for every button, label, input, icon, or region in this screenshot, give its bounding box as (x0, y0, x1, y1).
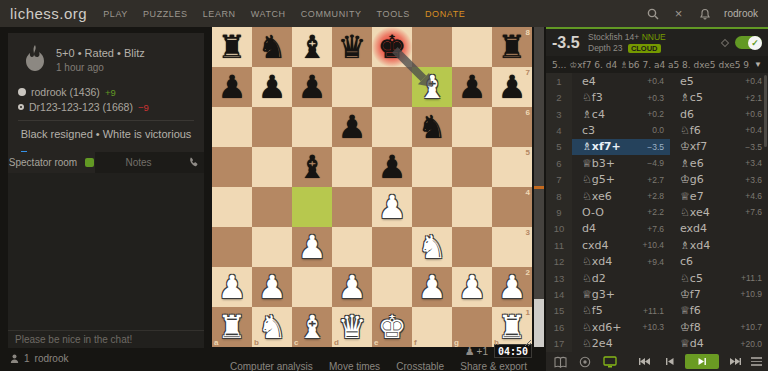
move-13-black[interactable]: ♘c5+11.1 (670, 270, 768, 286)
white-player-row[interactable]: rodrook (1436) +9 (18, 86, 194, 98)
black-queen-d8[interactable]: ♛ (332, 27, 372, 67)
rank-label-2: 2 (526, 268, 530, 277)
move-eval: +10.9 (740, 289, 762, 299)
move-san: exd4 (680, 222, 707, 235)
move-san: ♕g3+ (582, 288, 615, 301)
nav-item-tools[interactable]: TOOLS (377, 9, 410, 19)
move-san: ♕f6 (680, 304, 701, 317)
move-1-black[interactable]: e5+0.4 (670, 73, 768, 89)
square-h7[interactable]: ♟7 (492, 67, 532, 107)
move-number: 5 (546, 139, 572, 155)
square-a6[interactable] (212, 107, 252, 147)
square-e5[interactable]: ♟ (372, 147, 412, 187)
move-san: ♗xd4 (680, 239, 710, 252)
square-a2[interactable]: ♟ (212, 267, 252, 307)
move-eval: +2.8 (647, 191, 664, 201)
square-g6[interactable] (452, 107, 492, 147)
move-row-8: 8♘xe6+2.8♕e7+4.6 (546, 188, 768, 204)
move-san: ♗xf7+ (582, 140, 621, 153)
move-16-white[interactable]: ♘xd6++10.3 (572, 319, 670, 335)
square-b3[interactable] (252, 227, 292, 267)
square-b7[interactable]: ♟ (252, 67, 292, 107)
move-5-white[interactable]: ♗xf7+−3.5 (572, 139, 670, 155)
lichess-logo[interactable]: lichess.org (10, 5, 87, 22)
square-d7[interactable] (332, 67, 372, 107)
square-b6[interactable] (252, 107, 292, 147)
move-row-10: 10d4+7.6exd4 (546, 221, 768, 237)
move-12-black[interactable]: c6 (670, 253, 768, 269)
move-eval: +4.6 (745, 191, 762, 201)
square-c3[interactable]: ♟ (292, 227, 332, 267)
rank-label-4: 4 (526, 188, 530, 197)
rank-label-6: 6 (526, 108, 530, 117)
move-eval: −3.5 (647, 142, 664, 152)
move-san: ♕b3+ (582, 157, 615, 170)
opening-book-icon[interactable] (552, 354, 568, 369)
square-g4[interactable] (452, 187, 492, 227)
database-disc-icon[interactable] (577, 354, 593, 369)
move-17-black[interactable]: ♕d4+20.0 (670, 336, 768, 352)
move-san: ♕e7 (680, 190, 704, 203)
white-pawn-f2[interactable]: ♟ (412, 267, 452, 307)
spectator-presence: 1 rodrook (10, 353, 68, 364)
chess-board: ♜♞♝♛♚♜8♟♟♟♝♟♟7♟♞6♝♟5♟4♟♞3♟♟♟♟♟♟2♜a♞b♝c♛d… (212, 27, 532, 347)
square-d1[interactable]: ♛d (332, 307, 372, 347)
last-move-button[interactable] (727, 354, 743, 369)
move-2-white[interactable]: ♘f3+0.3 (572, 89, 670, 105)
square-d8[interactable]: ♛ (332, 27, 372, 67)
move-number: 15 (546, 303, 572, 319)
principal-variation[interactable]: 5... ♔xf7 6. d4 ♗b6 7. a4 a5 8. dxe5 dxe… (546, 56, 768, 73)
move-row-11: 11cxd4+10.4♗xd4 (546, 237, 768, 253)
move-14-black[interactable]: ♔f7+10.9 (670, 286, 768, 302)
move-row-15: 15♘f5+11.1♕f6 (546, 303, 768, 319)
black-pawn-c7[interactable]: ♟ (292, 67, 332, 107)
square-g2[interactable]: ♟ (452, 267, 492, 307)
move-eval: +0.4 (745, 76, 762, 86)
square-g3[interactable] (452, 227, 492, 267)
move-number: 11 (546, 237, 572, 253)
move-number: 8 (546, 188, 572, 204)
move-san: ♔xf7 (680, 140, 707, 153)
chevron-down-icon[interactable]: ▼ (754, 60, 762, 69)
first-move-button[interactable] (637, 354, 653, 369)
main-nav: PLAYPUZZLESLEARNWATCHCOMMUNITYTOOLSDONAT… (103, 9, 465, 19)
move-6-black[interactable]: ♗e6+3.4 (670, 155, 768, 171)
nav-item-learn[interactable]: LEARN (203, 9, 236, 19)
black-king-e8[interactable]: ♚ (372, 27, 412, 67)
move-san: ♘g5+ (582, 173, 615, 186)
move-row-9: 9O-O+2.2♘xe4+7.6 (546, 204, 768, 220)
move-4-white[interactable]: c30.0 (572, 122, 670, 138)
menu-icon[interactable] (751, 357, 762, 366)
black-bishop-c5[interactable]: ♝ (292, 147, 332, 187)
white-bishop-f7[interactable]: ♝ (412, 67, 452, 107)
square-e6[interactable] (372, 107, 412, 147)
move-number: 6 (546, 155, 572, 171)
move-9-white[interactable]: O-O+2.2 (572, 204, 670, 220)
analysis-bottom-tabs: Computer analysisMove timesCrosstableSha… (212, 361, 545, 371)
move-number: 3 (546, 106, 572, 122)
white-pawn-a2[interactable]: ♟ (212, 267, 252, 307)
game-result: Black resigned • White is victorious (18, 128, 194, 140)
move-eval: +2.7 (647, 175, 664, 185)
pv-moves: 5... ♔xf7 6. d4 ♗b6 7. a4 a5 8. dxe5 dxe… (552, 60, 750, 70)
analysis-panel: -3.5 Stockfish 14+ NNUE Depth 23 CLOUD ✓… (546, 27, 768, 352)
move-eval: +3.4 (745, 158, 762, 168)
black-pawn-e5[interactable]: ♟ (372, 147, 412, 187)
bottom-tab-move-times[interactable]: Move times (329, 361, 380, 371)
black-pawn-g7[interactable]: ♟ (452, 67, 492, 107)
nav-item-watch[interactable]: WATCH (251, 9, 286, 19)
blitz-flame-icon (24, 44, 46, 76)
square-g7[interactable]: ♟ (452, 67, 492, 107)
material-advantage: ♟ +1 (465, 345, 488, 358)
file-label-d: d (334, 338, 339, 347)
move-eval: +0.4 (745, 125, 762, 135)
square-h5[interactable]: 5 (492, 147, 532, 187)
square-a7[interactable]: ♟ (212, 67, 252, 107)
black-bishop-c8[interactable]: ♝ (292, 27, 332, 67)
rank-label-8: 8 (526, 28, 530, 37)
square-f1[interactable]: f (412, 307, 452, 347)
move-number: 13 (546, 270, 572, 286)
bottom-tab-crosstable[interactable]: Crosstable (396, 361, 444, 371)
move-eval: +0.4 (647, 76, 664, 86)
eval-score: -3.5 (552, 34, 588, 52)
move-san: d4 (582, 222, 596, 235)
file-label-b: b (254, 338, 259, 347)
square-h8[interactable]: ♜8 (492, 27, 532, 67)
move-row-17: 17♘2e4♕d4+20.0 (546, 336, 768, 352)
spectator-tab-label: Spectator room (9, 157, 77, 168)
move-number: 9 (546, 204, 572, 220)
move-5-black[interactable]: ♔xf7−3.5 (670, 139, 768, 155)
square-d6[interactable]: ♟ (332, 107, 372, 147)
move-san: ♕d4 (680, 337, 704, 350)
move-eval: 0.0 (652, 125, 664, 135)
black-player-name: Dr123-123-123 (1668) (29, 101, 133, 113)
move-eval: +0.3 (647, 93, 664, 103)
file-label-c: c (294, 338, 298, 347)
move-row-16: 16♘xd6++10.3♔f8+10.7 (546, 319, 768, 335)
analysis-controls (546, 352, 768, 371)
move-number: 1 (546, 73, 572, 89)
eval-gauge-zero-tick (534, 186, 544, 189)
game-ago: 1 hour ago (56, 62, 145, 73)
tab-spectator-room[interactable]: Spectator room (8, 152, 95, 173)
move-san: ♘2e4 (582, 337, 613, 350)
nav-item-community[interactable]: COMMUNITY (301, 9, 362, 19)
file-label-f: f (414, 338, 417, 347)
white-pawn-d2[interactable]: ♟ (332, 267, 372, 307)
square-h6[interactable]: 6 (492, 107, 532, 147)
move-9-black[interactable]: ♘xe4+7.6 (670, 204, 768, 220)
move-11-black[interactable]: ♗xd4 (670, 237, 768, 253)
rank-label-7: 7 (526, 68, 530, 77)
move-san: ♔f8 (680, 321, 701, 334)
move-16-black[interactable]: ♔f8+10.7 (670, 319, 768, 335)
move-4-black[interactable]: ♘f6+0.4 (670, 122, 768, 138)
square-e3[interactable] (372, 227, 412, 267)
square-b1[interactable]: ♞b (252, 307, 292, 347)
white-player-name: rodrook (1436) (31, 86, 100, 98)
move-7-black[interactable]: ♔g6+3.6 (670, 171, 768, 187)
move-san: ♘d2 (582, 272, 606, 285)
square-f5[interactable] (412, 147, 452, 187)
square-f3[interactable]: ♞ (412, 227, 452, 267)
move-san: ♘f3 (582, 91, 603, 104)
move-8-black[interactable]: ♕e7+4.6 (670, 188, 768, 204)
square-b5[interactable] (252, 147, 292, 187)
black-pawn-a7[interactable]: ♟ (212, 67, 252, 107)
square-d2[interactable]: ♟ (332, 267, 372, 307)
move-eval: +2.2 (647, 207, 664, 217)
bell-icon[interactable] (698, 7, 711, 20)
move-row-7: 7♘g5++2.7♔g6+3.6 (546, 171, 768, 187)
engine-info: Stockfish 14+ NNUE Depth 23 CLOUD (588, 32, 666, 53)
white-color-icon (18, 88, 26, 96)
tab-notes[interactable]: Notes (95, 152, 182, 173)
black-color-icon (18, 104, 24, 110)
material-value: +1 (477, 346, 488, 357)
square-f8[interactable] (412, 27, 452, 67)
move-12-white[interactable]: ♘xd4+9.4 (572, 253, 670, 269)
move-san: ♘f6 (680, 124, 701, 137)
square-h4[interactable]: 4 (492, 187, 532, 227)
move-row-1: 1e4+0.4e5+0.4 (546, 73, 768, 89)
move-san: cxd4 (582, 239, 609, 252)
square-h1[interactable]: ♜1h (492, 307, 532, 347)
square-d5[interactable] (332, 147, 372, 187)
square-f7[interactable]: ♝ (412, 67, 452, 107)
square-c4[interactable] (292, 187, 332, 227)
square-f2[interactable]: ♟ (412, 267, 452, 307)
square-c2[interactable] (292, 267, 332, 307)
engine-name: Stockfish 14+ (588, 32, 639, 42)
pawn-icon: ♟ (465, 345, 475, 358)
move-san: ♘c5 (680, 272, 703, 285)
username[interactable]: rodrook (724, 8, 758, 19)
move-number: 4 (546, 122, 572, 138)
move-row-5: 5♗xf7+−3.5♔xf7−3.5 (546, 139, 768, 155)
engine-header: -3.5 Stockfish 14+ NNUE Depth 23 CLOUD ✓ (546, 29, 768, 56)
white-pawn-e4[interactable]: ♟ (372, 187, 412, 227)
move-san: ♗e6 (680, 157, 704, 170)
move-row-13: 13♘d2♘c5+11.1 (546, 270, 768, 286)
square-b2[interactable]: ♟ (252, 267, 292, 307)
rank-label-1: 1 (526, 308, 530, 317)
move-number: 10 (546, 221, 572, 237)
square-h3[interactable]: 3 (492, 227, 532, 267)
engine-depth: Depth 23 (588, 43, 623, 53)
move-san: ♗c5 (680, 91, 703, 104)
chat-toggle-indicator[interactable] (85, 158, 94, 167)
move-number: 17 (546, 336, 572, 352)
move-15-white[interactable]: ♘f5+11.1 (572, 303, 670, 319)
rank-label-3: 3 (526, 228, 530, 237)
move-8-white[interactable]: ♘xe6+2.8 (572, 188, 670, 204)
nav-item-donate[interactable]: DONATE (425, 9, 465, 19)
square-c8[interactable]: ♝ (292, 27, 332, 67)
move-eval: −4.9 (647, 158, 664, 168)
rank-label-5: 5 (526, 148, 530, 157)
square-g1[interactable]: g (452, 307, 492, 347)
nnue-label: NNUE (642, 32, 666, 42)
file-label-h: h (494, 338, 499, 347)
nav-item-puzzles[interactable]: PUZZLES (143, 9, 188, 19)
move-san: e5 (680, 75, 694, 88)
move-number: 12 (546, 253, 572, 269)
top-navbar: lichess.org PLAYPUZZLESLEARNWATCHCOMMUNI… (0, 0, 768, 27)
white-pawn-c3[interactable]: ♟ (292, 227, 332, 267)
move-list: 1e4+0.4e5+0.42♘f3+0.3♗c5+2.13♗c4+0.2d6+0… (546, 73, 768, 352)
engine-settings-icon[interactable] (721, 38, 729, 46)
square-f6[interactable]: ♞ (412, 107, 452, 147)
next-move-button[interactable] (685, 354, 719, 369)
move-6-white[interactable]: ♕b3+−4.9 (572, 155, 670, 171)
lichess-analysis-page: lichess.org PLAYPUZZLESLEARNWATCHCOMMUNI… (0, 0, 768, 371)
notes-tab-label: Notes (125, 157, 151, 168)
move-san: O-O (582, 206, 604, 219)
presence-name[interactable]: rodrook (35, 353, 69, 364)
bottom-tab-computer-analysis[interactable]: Computer analysis (230, 361, 313, 371)
previous-move-button[interactable] (661, 354, 677, 369)
move-13-white[interactable]: ♘d2 (572, 270, 670, 286)
move-15-black[interactable]: ♕f6 (670, 303, 768, 319)
white-pawn-g2[interactable]: ♟ (452, 267, 492, 307)
eval-gauge-white (534, 299, 544, 347)
move-eval: +2.1 (745, 93, 762, 103)
bottom-tab-share-export[interactable]: Share & export (460, 361, 527, 371)
black-pawn-d6[interactable]: ♟ (332, 107, 372, 147)
square-a5[interactable] (212, 147, 252, 187)
square-e8[interactable]: ♚ (372, 27, 412, 67)
square-a1[interactable]: ♜a (212, 307, 252, 347)
square-d3[interactable] (332, 227, 372, 267)
move-eval: −3.5 (745, 142, 762, 152)
move-eval: +0.6 (745, 109, 762, 119)
square-a4[interactable] (212, 187, 252, 227)
move-10-black[interactable]: exd4 (670, 221, 768, 237)
square-e7[interactable] (372, 67, 412, 107)
move-list-scrollbar[interactable] (764, 75, 767, 147)
move-number: 14 (546, 286, 572, 302)
square-g5[interactable] (452, 147, 492, 187)
chat-tabs: Spectator room Notes (8, 152, 204, 173)
square-c6[interactable] (292, 107, 332, 147)
square-f4[interactable] (412, 187, 452, 227)
move-san: ♘f5 (582, 304, 603, 317)
move-eval: +3.6 (745, 175, 762, 185)
move-san: ♘xd6+ (582, 321, 622, 334)
divider (18, 120, 194, 121)
move-2-black[interactable]: ♗c5+2.1 (670, 89, 768, 105)
square-a3[interactable] (212, 227, 252, 267)
move-san: ♘xe6 (582, 190, 612, 203)
move-number: 2 (546, 89, 572, 105)
move-row-14: 14♕g3+♔f7+10.9 (546, 286, 768, 302)
move-row-2: 2♘f3+0.3♗c5+2.1 (546, 89, 768, 105)
move-san: ♔g6 (680, 173, 704, 186)
move-14-white[interactable]: ♕g3+ (572, 286, 670, 302)
move-san: ♔f7 (680, 288, 701, 301)
file-label-g: g (454, 338, 459, 347)
game-time-mode: 5+0 • Rated • Blitz (56, 47, 145, 59)
computer-analysis-icon[interactable] (602, 354, 618, 369)
black-player-row[interactable]: Dr123-123-123 (1668) −9 (18, 101, 194, 113)
header-right: × rodrook (646, 7, 758, 20)
engine-toggle[interactable]: ✓ (735, 36, 762, 49)
black-knight-f6[interactable]: ♞ (412, 107, 452, 147)
search-icon[interactable] (646, 7, 659, 20)
move-10-white[interactable]: d4+7.6 (572, 221, 670, 237)
move-11-white[interactable]: cxd4+10.4 (572, 237, 670, 253)
move-san: c3 (582, 124, 595, 137)
square-b8[interactable]: ♞ (252, 27, 292, 67)
move-3-white[interactable]: ♗c4+0.2 (572, 106, 670, 122)
engine-toggle-knob: ✓ (748, 36, 762, 50)
move-row-12: 12♘xd4+9.4c6 (546, 253, 768, 269)
chat-input[interactable] (8, 330, 204, 348)
move-row-4: 4c30.0♘f6+0.4 (546, 122, 768, 138)
move-7-white[interactable]: ♘g5++2.7 (572, 171, 670, 187)
white-rating-delta: +9 (105, 87, 116, 98)
black-knight-b8[interactable]: ♞ (252, 27, 292, 67)
white-knight-f3[interactable]: ♞ (412, 227, 452, 267)
square-c5[interactable]: ♝ (292, 147, 332, 187)
move-row-6: 6♕b3+−4.9♗e6+3.4 (546, 155, 768, 171)
move-number: 7 (546, 171, 572, 187)
move-eval: +7.6 (745, 207, 762, 217)
move-eval: +9.4 (647, 257, 664, 267)
black-rating-delta: −9 (138, 102, 149, 113)
square-c7[interactable]: ♟ (292, 67, 332, 107)
square-e2[interactable] (372, 267, 412, 307)
nav-item-play[interactable]: PLAY (103, 9, 128, 19)
eval-gauge (534, 27, 544, 347)
move-eval: +0.2 (647, 109, 664, 119)
move-san: d6 (680, 108, 694, 121)
square-d4[interactable] (332, 187, 372, 227)
square-a8[interactable]: ♜ (212, 27, 252, 67)
square-e4[interactable]: ♟ (372, 187, 412, 227)
cloud-badge: CLOUD (628, 44, 661, 53)
black-pawn-b7[interactable]: ♟ (252, 67, 292, 107)
file-label-e: e (374, 338, 378, 347)
square-h2[interactable]: ♟2 (492, 267, 532, 307)
white-pawn-b2[interactable]: ♟ (252, 267, 292, 307)
move-row-3: 3♗c4+0.2d6+0.6 (546, 106, 768, 122)
move-eval: +11.1 (741, 273, 762, 283)
square-c1[interactable]: ♝c (292, 307, 332, 347)
move-navigation (637, 354, 762, 369)
move-1-white[interactable]: e4+0.4 (572, 73, 670, 89)
square-g8[interactable] (452, 27, 492, 67)
chat-messages (8, 173, 204, 330)
person-icon (10, 354, 19, 363)
move-eval: +11.1 (643, 306, 664, 316)
move-eval: +10.7 (740, 322, 762, 332)
close-icon[interactable]: × (672, 7, 685, 20)
move-17-white[interactable]: ♘2e4 (572, 336, 670, 352)
move-3-black[interactable]: d6+0.6 (670, 106, 768, 122)
phone-handset-icon[interactable] (182, 152, 204, 173)
square-e1[interactable]: ♚e (372, 307, 412, 347)
black-rook-a8[interactable]: ♜ (212, 27, 252, 67)
square-b4[interactable] (252, 187, 292, 227)
move-san: e4 (582, 75, 596, 88)
